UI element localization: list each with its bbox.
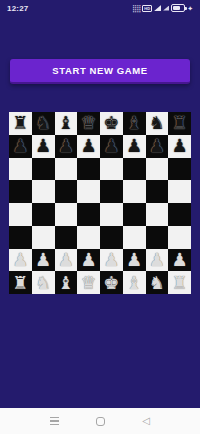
square-c2[interactable]: ♟: [55, 249, 78, 272]
square-a5[interactable]: [9, 180, 32, 203]
square-d5[interactable]: [77, 180, 100, 203]
white-king[interactable]: ♚: [103, 273, 119, 291]
white-pawn[interactable]: ♟: [149, 250, 165, 268]
black-pawn[interactable]: ♟: [35, 137, 51, 155]
status-icons: ⣿⣿ HD ✦: [132, 4, 193, 12]
square-c6[interactable]: [55, 158, 78, 181]
square-d8[interactable]: ♛: [77, 112, 100, 135]
square-h7[interactable]: ♟: [168, 135, 191, 158]
square-h6[interactable]: [168, 158, 191, 181]
square-c3[interactable]: [55, 226, 78, 249]
white-bishop[interactable]: ♝: [126, 273, 142, 291]
square-g6[interactable]: [146, 158, 169, 181]
navigation-bar: ◁: [0, 408, 200, 434]
square-d4[interactable]: [77, 203, 100, 226]
square-a6[interactable]: [9, 158, 32, 181]
white-pawn[interactable]: ♟: [81, 250, 97, 268]
black-bishop[interactable]: ♝: [58, 114, 74, 132]
status-bar: 12:27 ⣿⣿ HD ✦: [0, 0, 200, 16]
square-h2[interactable]: ♟: [168, 249, 191, 272]
black-knight[interactable]: ♞: [149, 114, 165, 132]
square-c5[interactable]: [55, 180, 78, 203]
white-queen[interactable]: ♛: [81, 273, 97, 291]
black-rook[interactable]: ♜: [172, 114, 188, 132]
square-g7[interactable]: ♟: [146, 135, 169, 158]
square-f3[interactable]: [123, 226, 146, 249]
black-pawn[interactable]: ♟: [12, 137, 28, 155]
flashlight-icon: ✦: [187, 5, 193, 12]
square-c7[interactable]: ♟: [55, 135, 78, 158]
square-c1[interactable]: ♝: [55, 271, 78, 294]
square-e4[interactable]: [100, 203, 123, 226]
square-h1[interactable]: ♜: [168, 271, 191, 294]
back-icon[interactable]: ◁: [142, 416, 150, 426]
white-rook[interactable]: ♜: [12, 273, 28, 291]
square-a7[interactable]: ♟: [9, 135, 32, 158]
square-d1[interactable]: ♛: [77, 271, 100, 294]
square-e7[interactable]: ♟: [100, 135, 123, 158]
square-c4[interactable]: [55, 203, 78, 226]
black-pawn[interactable]: ♟: [103, 137, 119, 155]
signal-sim1-icon: [154, 5, 161, 11]
square-b8[interactable]: ♞: [32, 112, 55, 135]
square-a2[interactable]: ♟: [9, 249, 32, 272]
square-e6[interactable]: [100, 158, 123, 181]
start-new-game-button[interactable]: START NEW GAME: [10, 59, 190, 84]
white-rook[interactable]: ♜: [172, 273, 188, 291]
square-a8[interactable]: ♜: [9, 112, 32, 135]
square-b3[interactable]: [32, 226, 55, 249]
square-g8[interactable]: ♞: [146, 112, 169, 135]
square-b4[interactable]: [32, 203, 55, 226]
white-pawn[interactable]: ♟: [103, 250, 119, 268]
square-e5[interactable]: [100, 180, 123, 203]
white-pawn[interactable]: ♟: [35, 250, 51, 268]
square-f1[interactable]: ♝: [123, 271, 146, 294]
square-e8[interactable]: ♚: [100, 112, 123, 135]
black-rook[interactable]: ♜: [12, 114, 28, 132]
black-pawn[interactable]: ♟: [126, 137, 142, 155]
square-e1[interactable]: ♚: [100, 271, 123, 294]
recents-icon[interactable]: [50, 417, 59, 425]
black-queen[interactable]: ♛: [81, 114, 97, 132]
square-b1[interactable]: ♞: [32, 271, 55, 294]
square-a1[interactable]: ♜: [9, 271, 32, 294]
hd-voice-icon: HD: [142, 5, 152, 12]
square-h5[interactable]: [168, 180, 191, 203]
white-pawn[interactable]: ♟: [12, 250, 28, 268]
square-f8[interactable]: ♝: [123, 112, 146, 135]
black-pawn[interactable]: ♟: [149, 137, 165, 155]
signal-sim2-icon: [163, 6, 169, 11]
white-pawn[interactable]: ♟: [126, 250, 142, 268]
network-speed-icon: ⣿⣿: [132, 5, 140, 12]
square-g5[interactable]: [146, 180, 169, 203]
square-b7[interactable]: ♟: [32, 135, 55, 158]
square-d3[interactable]: [77, 226, 100, 249]
black-pawn[interactable]: ♟: [81, 137, 97, 155]
status-time: 12:27: [7, 4, 28, 13]
square-g3[interactable]: [146, 226, 169, 249]
square-e3[interactable]: [100, 226, 123, 249]
square-e2[interactable]: ♟: [100, 249, 123, 272]
chess-board[interactable]: ♜♞♝♛♚♝♞♜♟♟♟♟♟♟♟♟♟♟♟♟♟♟♟♟♜♞♝♛♚♝♞♜: [9, 112, 191, 294]
square-g2[interactable]: ♟: [146, 249, 169, 272]
square-f5[interactable]: [123, 180, 146, 203]
square-a4[interactable]: [9, 203, 32, 226]
white-knight[interactable]: ♞: [35, 273, 51, 291]
square-b6[interactable]: [32, 158, 55, 181]
square-d6[interactable]: [77, 158, 100, 181]
square-b5[interactable]: [32, 180, 55, 203]
square-d2[interactable]: ♟: [77, 249, 100, 272]
square-h8[interactable]: ♜: [168, 112, 191, 135]
white-knight[interactable]: ♞: [149, 273, 165, 291]
square-c8[interactable]: ♝: [55, 112, 78, 135]
phone-screen: 12:27 ⣿⣿ HD ✦ START NEW GAME ♜♞♝♛♚♝♞♜♟♟♟…: [0, 0, 200, 434]
square-f4[interactable]: [123, 203, 146, 226]
black-pawn[interactable]: ♟: [58, 137, 74, 155]
square-h4[interactable]: [168, 203, 191, 226]
square-f2[interactable]: ♟: [123, 249, 146, 272]
white-pawn[interactable]: ♟: [58, 250, 74, 268]
black-bishop[interactable]: ♝: [126, 114, 142, 132]
square-f6[interactable]: [123, 158, 146, 181]
black-king[interactable]: ♚: [103, 114, 119, 132]
battery-icon: [171, 4, 185, 12]
white-pawn[interactable]: ♟: [172, 250, 188, 268]
square-h3[interactable]: [168, 226, 191, 249]
square-g4[interactable]: [146, 203, 169, 226]
square-b2[interactable]: ♟: [32, 249, 55, 272]
black-pawn[interactable]: ♟: [172, 137, 188, 155]
home-icon[interactable]: [96, 417, 105, 426]
square-f7[interactable]: ♟: [123, 135, 146, 158]
black-knight[interactable]: ♞: [35, 114, 51, 132]
square-d7[interactable]: ♟: [77, 135, 100, 158]
square-g1[interactable]: ♞: [146, 271, 169, 294]
square-a3[interactable]: [9, 226, 32, 249]
white-bishop[interactable]: ♝: [58, 273, 74, 291]
